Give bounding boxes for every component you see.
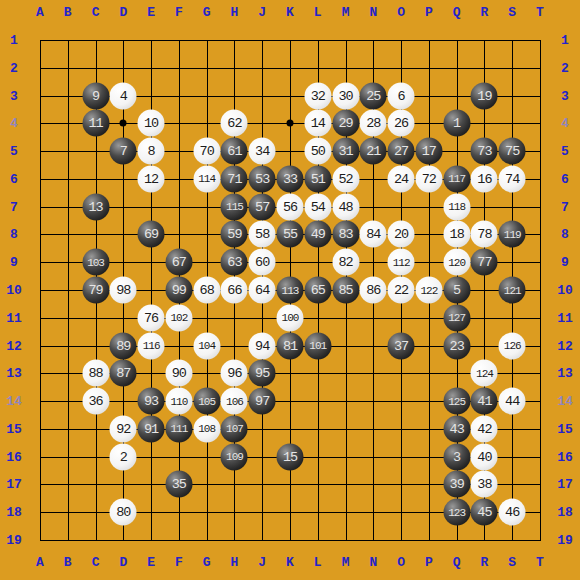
white-stone-q7: 118: [443, 193, 470, 220]
white-stone-d10: 98: [110, 277, 137, 304]
white-stone-m9: 82: [332, 249, 359, 276]
row-label-left-14: 14: [6, 395, 22, 408]
column-label-top-e: E: [147, 6, 155, 19]
row-label-right-15: 15: [557, 422, 573, 435]
go-board[interactable]: AABBCCDDEEFFGGHHJJKKLLMMNNOOPPQQRRSSTT11…: [0, 0, 580, 580]
white-stone-g5: 70: [193, 138, 220, 165]
black-stone-f15: 111: [165, 415, 192, 442]
row-label-left-17: 17: [6, 478, 22, 491]
white-stone-j9: 60: [249, 249, 276, 276]
black-stone-q17: 39: [443, 471, 470, 498]
row-label-left-8: 8: [10, 228, 18, 241]
column-label-top-n: N: [369, 6, 377, 19]
white-stone-o9: 112: [388, 249, 415, 276]
white-stone-e5: 8: [138, 138, 165, 165]
black-stone-h8: 59: [221, 221, 248, 248]
black-stone-d12: 89: [110, 332, 137, 359]
column-label-top-s: S: [508, 6, 516, 19]
row-label-right-2: 2: [561, 61, 569, 74]
column-label-bottom-g: G: [203, 556, 211, 569]
black-stone-k16: 15: [277, 443, 304, 470]
black-stone-h5: 61: [221, 138, 248, 165]
black-stone-d13: 87: [110, 360, 137, 387]
row-label-right-10: 10: [557, 284, 573, 297]
white-stone-e12: 116: [138, 332, 165, 359]
white-stone-c13: 88: [82, 360, 109, 387]
black-stone-q10: 5: [443, 277, 470, 304]
row-label-right-11: 11: [557, 311, 573, 324]
white-stone-r16: 40: [471, 443, 498, 470]
column-label-bottom-q: Q: [453, 556, 461, 569]
white-stone-n4: 28: [360, 110, 387, 137]
white-stone-m7: 48: [332, 193, 359, 220]
black-stone-e15: 91: [138, 415, 165, 442]
black-stone-r5: 73: [471, 138, 498, 165]
white-stone-d16: 2: [110, 443, 137, 470]
row-label-left-4: 4: [10, 117, 18, 130]
white-stone-m3: 30: [332, 82, 359, 109]
white-stone-q8: 18: [443, 221, 470, 248]
white-stone-e11: 76: [138, 304, 165, 331]
white-stone-r8: 78: [471, 221, 498, 248]
white-stone-j5: 34: [249, 138, 276, 165]
black-stone-m5: 31: [332, 138, 359, 165]
white-stone-g12: 104: [193, 332, 220, 359]
column-label-bottom-t: T: [536, 556, 544, 569]
white-stone-j10: 64: [249, 277, 276, 304]
black-stone-q6: 117: [443, 165, 470, 192]
black-stone-k12: 81: [277, 332, 304, 359]
black-stone-r9: 77: [471, 249, 498, 276]
white-stone-r13: 124: [471, 360, 498, 387]
row-label-left-19: 19: [6, 534, 22, 547]
black-stone-h9: 63: [221, 249, 248, 276]
row-label-left-13: 13: [6, 367, 22, 380]
black-stone-h15: 107: [221, 415, 248, 442]
grid-line-horizontal: [40, 540, 541, 541]
row-label-left-12: 12: [6, 339, 22, 352]
row-label-left-6: 6: [10, 172, 18, 185]
column-label-top-c: C: [92, 6, 100, 19]
black-stone-e14: 93: [138, 388, 165, 415]
black-stone-q12: 23: [443, 332, 470, 359]
column-label-top-k: K: [286, 6, 294, 19]
row-label-right-6: 6: [561, 172, 569, 185]
white-stone-h13: 96: [221, 360, 248, 387]
black-stone-h16: 109: [221, 443, 248, 470]
white-stone-l4: 14: [304, 110, 331, 137]
star-point-k4: [287, 120, 294, 127]
black-stone-e8: 69: [138, 221, 165, 248]
row-label-right-7: 7: [561, 200, 569, 213]
black-stone-c10: 79: [82, 277, 109, 304]
star-point-d4: [120, 120, 127, 127]
column-label-top-f: F: [175, 6, 183, 19]
white-stone-o6: 24: [388, 165, 415, 192]
column-label-bottom-e: E: [147, 556, 155, 569]
column-label-top-q: Q: [453, 6, 461, 19]
white-stone-g6: 114: [193, 165, 220, 192]
column-label-bottom-k: K: [286, 556, 294, 569]
row-label-right-1: 1: [561, 34, 569, 47]
row-label-right-12: 12: [557, 339, 573, 352]
black-stone-q14: 125: [443, 388, 470, 415]
white-stone-e4: 10: [138, 110, 165, 137]
white-stone-s6: 74: [499, 165, 526, 192]
white-stone-e6: 12: [138, 165, 165, 192]
white-stone-k11: 100: [277, 304, 304, 331]
column-label-bottom-d: D: [119, 556, 127, 569]
column-label-bottom-r: R: [481, 556, 489, 569]
column-label-bottom-c: C: [92, 556, 100, 569]
row-label-left-11: 11: [6, 311, 22, 324]
column-label-bottom-f: F: [175, 556, 183, 569]
white-stone-c14: 36: [82, 388, 109, 415]
black-stone-m10: 85: [332, 277, 359, 304]
white-stone-f11: 102: [165, 304, 192, 331]
white-stone-p10: 122: [415, 277, 442, 304]
black-stone-c9: 103: [82, 249, 109, 276]
row-label-left-16: 16: [6, 450, 22, 463]
black-stone-r3: 19: [471, 82, 498, 109]
white-stone-s12: 126: [499, 332, 526, 359]
white-stone-g10: 68: [193, 277, 220, 304]
white-stone-r17: 38: [471, 471, 498, 498]
row-label-left-2: 2: [10, 61, 18, 74]
row-label-right-4: 4: [561, 117, 569, 130]
column-label-top-l: L: [314, 6, 322, 19]
black-stone-q18: 123: [443, 499, 470, 526]
black-stone-j13: 95: [249, 360, 276, 387]
row-label-right-9: 9: [561, 256, 569, 269]
column-label-bottom-s: S: [508, 556, 516, 569]
white-stone-d18: 80: [110, 499, 137, 526]
black-stone-f17: 35: [165, 471, 192, 498]
white-stone-n10: 86: [360, 277, 387, 304]
column-label-top-t: T: [536, 6, 544, 19]
column-label-top-a: A: [36, 6, 44, 19]
white-stone-k7: 56: [277, 193, 304, 220]
row-label-left-1: 1: [10, 34, 18, 47]
row-label-right-16: 16: [557, 450, 573, 463]
row-label-left-18: 18: [6, 506, 22, 519]
black-stone-m4: 29: [332, 110, 359, 137]
column-label-bottom-n: N: [369, 556, 377, 569]
column-label-bottom-p: P: [425, 556, 433, 569]
row-label-right-18: 18: [557, 506, 573, 519]
white-stone-d15: 92: [110, 415, 137, 442]
black-stone-l6: 51: [304, 165, 331, 192]
column-label-top-j: J: [258, 6, 266, 19]
black-stone-l10: 65: [304, 277, 331, 304]
column-label-top-h: H: [231, 6, 239, 19]
white-stone-o8: 20: [388, 221, 415, 248]
column-label-bottom-h: H: [231, 556, 239, 569]
white-stone-o4: 26: [388, 110, 415, 137]
row-label-left-10: 10: [6, 284, 22, 297]
black-stone-c4: 11: [82, 110, 109, 137]
row-label-left-15: 15: [6, 422, 22, 435]
white-stone-h4: 62: [221, 110, 248, 137]
column-label-bottom-a: A: [36, 556, 44, 569]
white-stone-f13: 90: [165, 360, 192, 387]
white-stone-s14: 44: [499, 388, 526, 415]
black-stone-r14: 41: [471, 388, 498, 415]
black-stone-s10: 121: [499, 277, 526, 304]
row-label-right-3: 3: [561, 89, 569, 102]
white-stone-j12: 94: [249, 332, 276, 359]
black-stone-q15: 43: [443, 415, 470, 442]
row-label-right-5: 5: [561, 145, 569, 158]
row-label-right-13: 13: [557, 367, 573, 380]
white-stone-h10: 66: [221, 277, 248, 304]
white-stone-h14: 106: [221, 388, 248, 415]
white-stone-d3: 4: [110, 82, 137, 109]
white-stone-r6: 16: [471, 165, 498, 192]
white-stone-o3: 6: [388, 82, 415, 109]
white-stone-s18: 46: [499, 499, 526, 526]
column-label-bottom-b: B: [64, 556, 72, 569]
black-stone-k10: 113: [277, 277, 304, 304]
black-stone-k8: 55: [277, 221, 304, 248]
column-label-bottom-o: O: [397, 556, 405, 569]
black-stone-r18: 45: [471, 499, 498, 526]
black-stone-l12: 101: [304, 332, 331, 359]
black-stone-j7: 57: [249, 193, 276, 220]
white-stone-q9: 120: [443, 249, 470, 276]
row-label-right-8: 8: [561, 228, 569, 241]
column-label-bottom-m: M: [342, 556, 350, 569]
column-label-top-d: D: [119, 6, 127, 19]
row-label-left-7: 7: [10, 200, 18, 213]
column-label-top-m: M: [342, 6, 350, 19]
row-label-left-9: 9: [10, 256, 18, 269]
column-label-top-r: R: [481, 6, 489, 19]
black-stone-s8: 119: [499, 221, 526, 248]
white-stone-l5: 50: [304, 138, 331, 165]
black-stone-q11: 127: [443, 304, 470, 331]
black-stone-s5: 75: [499, 138, 526, 165]
column-label-top-o: O: [397, 6, 405, 19]
black-stone-n3: 25: [360, 82, 387, 109]
black-stone-g14: 105: [193, 388, 220, 415]
black-stone-h7: 115: [221, 193, 248, 220]
black-stone-q16: 3: [443, 443, 470, 470]
column-label-top-g: G: [203, 6, 211, 19]
white-stone-l7: 54: [304, 193, 331, 220]
black-stone-n5: 21: [360, 138, 387, 165]
black-stone-j6: 53: [249, 165, 276, 192]
column-label-bottom-j: J: [258, 556, 266, 569]
row-label-left-5: 5: [10, 145, 18, 158]
white-stone-n8: 84: [360, 221, 387, 248]
black-stone-f10: 99: [165, 277, 192, 304]
black-stone-m8: 83: [332, 221, 359, 248]
black-stone-c7: 13: [82, 193, 109, 220]
black-stone-k6: 33: [277, 165, 304, 192]
row-label-right-17: 17: [557, 478, 573, 491]
black-stone-j14: 97: [249, 388, 276, 415]
white-stone-g15: 108: [193, 415, 220, 442]
black-stone-f9: 67: [165, 249, 192, 276]
white-stone-j8: 58: [249, 221, 276, 248]
white-stone-p6: 72: [415, 165, 442, 192]
row-label-left-3: 3: [10, 89, 18, 102]
black-stone-d5: 7: [110, 138, 137, 165]
row-label-right-19: 19: [557, 534, 573, 547]
grid-line-vertical: [540, 40, 541, 541]
black-stone-q4: 1: [443, 110, 470, 137]
column-label-top-b: B: [64, 6, 72, 19]
black-stone-o12: 37: [388, 332, 415, 359]
black-stone-c3: 9: [82, 82, 109, 109]
column-label-top-p: P: [425, 6, 433, 19]
row-label-right-14: 14: [557, 395, 573, 408]
black-stone-h6: 71: [221, 165, 248, 192]
white-stone-f14: 110: [165, 388, 192, 415]
column-label-bottom-l: L: [314, 556, 322, 569]
white-stone-l3: 32: [304, 82, 331, 109]
black-stone-p5: 17: [415, 138, 442, 165]
white-stone-r15: 42: [471, 415, 498, 442]
black-stone-l8: 49: [304, 221, 331, 248]
white-stone-o10: 22: [388, 277, 415, 304]
black-stone-o5: 27: [388, 138, 415, 165]
white-stone-m6: 52: [332, 165, 359, 192]
